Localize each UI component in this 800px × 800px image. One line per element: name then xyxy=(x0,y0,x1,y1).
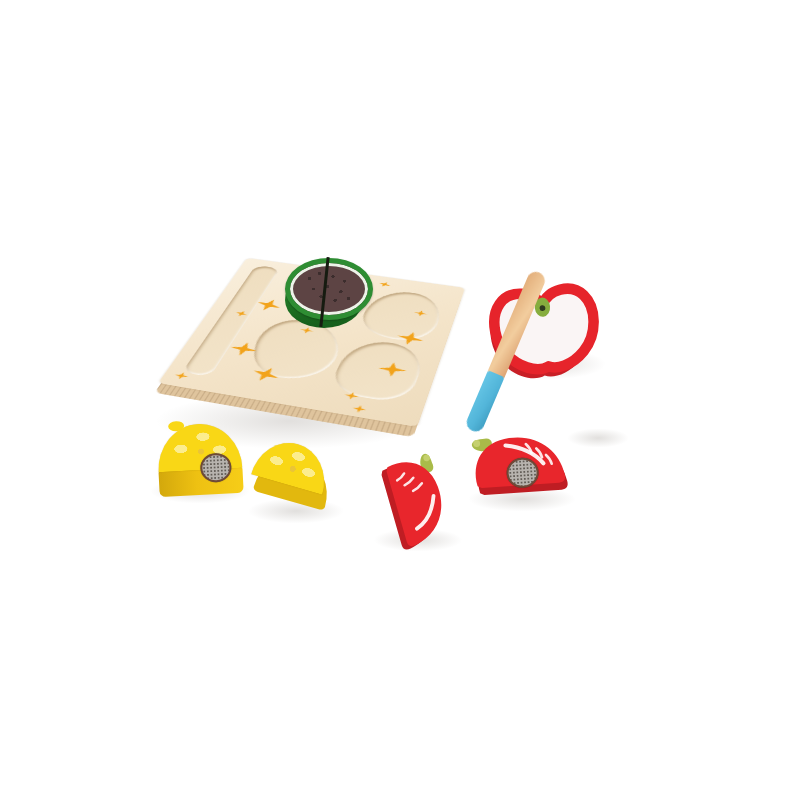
lemon-half-left xyxy=(154,422,246,501)
strawberry-half-right xyxy=(466,427,572,502)
knife-handle xyxy=(464,370,505,434)
watermelon-piece xyxy=(283,256,371,338)
strawberry-recess xyxy=(327,337,429,405)
watermelon-cut-face xyxy=(285,258,373,320)
product-photo-stage xyxy=(0,0,800,800)
star-icon xyxy=(172,371,190,380)
star-icon xyxy=(351,404,367,413)
star-icon xyxy=(377,280,393,288)
knife-shadow xyxy=(566,428,630,448)
